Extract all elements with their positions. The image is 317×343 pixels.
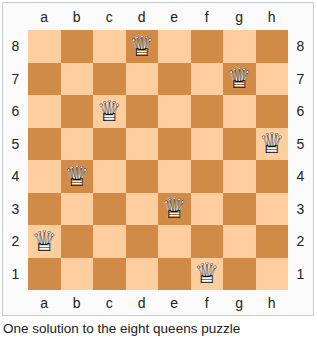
square-g7: ♛♕ [223,63,256,96]
rank-label-6-left: 6 [3,95,28,128]
corner-bottom-right [288,290,313,315]
file-label-d-bottom: d [126,290,159,315]
square-a1 [28,258,61,291]
square-c2 [93,225,126,258]
square-e3: ♛♕ [158,193,191,226]
square-c1 [93,258,126,291]
square-d5 [126,128,159,161]
chessboard: abcdefgh8♛♕87♛♕76♛♕65♛♕54♛♕43♛♕32♛♕21♛♕1… [3,3,313,315]
white-queen-outline-glyph: ♕ [126,30,159,63]
file-label-e-bottom: e [158,290,191,315]
white-queen-fill-glyph: ♛ [28,225,61,258]
square-a4 [28,160,61,193]
white-queen: ♛♕ [158,193,191,226]
square-b8 [61,30,94,63]
square-b6 [61,95,94,128]
square-d8: ♛♕ [126,30,159,63]
white-queen: ♛♕ [61,160,94,193]
square-e6 [158,95,191,128]
rank-label-3-left: 3 [3,193,28,226]
file-label-e-top: e [158,3,191,30]
square-e2 [158,225,191,258]
rank-label-1-left: 1 [3,258,28,291]
white-queen-outline-glyph: ♕ [61,160,94,193]
square-g8 [223,30,256,63]
file-label-g-top: g [223,3,256,30]
rank-label-4-left: 4 [3,160,28,193]
square-a7 [28,63,61,96]
white-queen-fill-glyph: ♛ [93,95,126,128]
square-f1: ♛♕ [191,258,224,291]
rank-label-7-left: 7 [3,63,28,96]
file-label-b-top: b [61,3,94,30]
rank-label-7-right: 7 [288,63,313,96]
white-queen: ♛♕ [28,225,61,258]
rank-label-2-left: 2 [3,225,28,258]
square-a5 [28,128,61,161]
file-label-h-bottom: h [256,290,289,315]
square-g4 [223,160,256,193]
square-f4 [191,160,224,193]
square-g5 [223,128,256,161]
square-c5 [93,128,126,161]
square-c3 [93,193,126,226]
square-f6 [191,95,224,128]
page: { "game": "chess (eight queens puzzle di… [0,0,317,343]
rank-label-5-left: 5 [3,128,28,161]
white-queen: ♛♕ [256,128,289,161]
square-e5 [158,128,191,161]
rank-label-8-left: 8 [3,30,28,63]
square-b2 [61,225,94,258]
square-b4: ♛♕ [61,160,94,193]
square-f3 [191,193,224,226]
rank-label-8-right: 8 [288,30,313,63]
square-a2: ♛♕ [28,225,61,258]
square-h7 [256,63,289,96]
square-c4 [93,160,126,193]
rank-label-1-right: 1 [288,258,313,291]
white-queen-fill-glyph: ♛ [256,128,289,161]
square-c7 [93,63,126,96]
file-label-g-bottom: g [223,290,256,315]
white-queen-fill-glyph: ♛ [126,30,159,63]
square-f8 [191,30,224,63]
square-c8 [93,30,126,63]
square-a3 [28,193,61,226]
diagram-frame[interactable]: abcdefgh8♛♕87♛♕76♛♕65♛♕54♛♕43♛♕32♛♕21♛♕1… [2,2,314,316]
square-h5: ♛♕ [256,128,289,161]
white-queen: ♛♕ [93,95,126,128]
square-a8 [28,30,61,63]
square-d1 [126,258,159,291]
file-label-a-bottom: a [28,290,61,315]
file-label-f-top: f [191,3,224,30]
rank-label-5-right: 5 [288,128,313,161]
square-d6 [126,95,159,128]
rank-label-6-right: 6 [288,95,313,128]
square-g6 [223,95,256,128]
corner-bottom-left [3,290,28,315]
rank-label-4-right: 4 [288,160,313,193]
square-e4 [158,160,191,193]
white-queen: ♛♕ [126,30,159,63]
square-h6 [256,95,289,128]
file-label-c-bottom: c [93,290,126,315]
square-f7 [191,63,224,96]
rank-label-3-right: 3 [288,193,313,226]
square-d4 [126,160,159,193]
square-h3 [256,193,289,226]
white-queen-outline-glyph: ♕ [28,225,61,258]
file-label-a-top: a [28,3,61,30]
white-queen-fill-glyph: ♛ [158,193,191,226]
file-label-c-top: c [93,3,126,30]
square-c6: ♛♕ [93,95,126,128]
square-d7 [126,63,159,96]
square-d2 [126,225,159,258]
square-a6 [28,95,61,128]
white-queen-fill-glyph: ♛ [61,160,94,193]
file-label-d-top: d [126,3,159,30]
rank-label-2-right: 2 [288,225,313,258]
white-queen-outline-glyph: ♕ [191,258,224,291]
file-label-h-top: h [256,3,289,30]
caption: One solution to the eight queens puzzle [3,321,313,337]
white-queen-outline-glyph: ♕ [256,128,289,161]
square-b7 [61,63,94,96]
square-e8 [158,30,191,63]
square-b5 [61,128,94,161]
square-h4 [256,160,289,193]
file-label-f-bottom: f [191,290,224,315]
square-f5 [191,128,224,161]
corner-top-left [3,3,28,30]
square-g2 [223,225,256,258]
file-label-b-bottom: b [61,290,94,315]
white-queen-outline-glyph: ♕ [223,63,256,96]
white-queen: ♛♕ [223,63,256,96]
square-g3 [223,193,256,226]
white-queen: ♛♕ [191,258,224,291]
square-g1 [223,258,256,291]
square-b1 [61,258,94,291]
white-queen-fill-glyph: ♛ [223,63,256,96]
white-queen-fill-glyph: ♛ [191,258,224,291]
square-d3 [126,193,159,226]
white-queen-outline-glyph: ♕ [158,193,191,226]
square-f2 [191,225,224,258]
corner-top-right [288,3,313,30]
square-h1 [256,258,289,291]
white-queen-outline-glyph: ♕ [93,95,126,128]
square-b3 [61,193,94,226]
square-h8 [256,30,289,63]
square-e7 [158,63,191,96]
square-e1 [158,258,191,291]
square-h2 [256,225,289,258]
